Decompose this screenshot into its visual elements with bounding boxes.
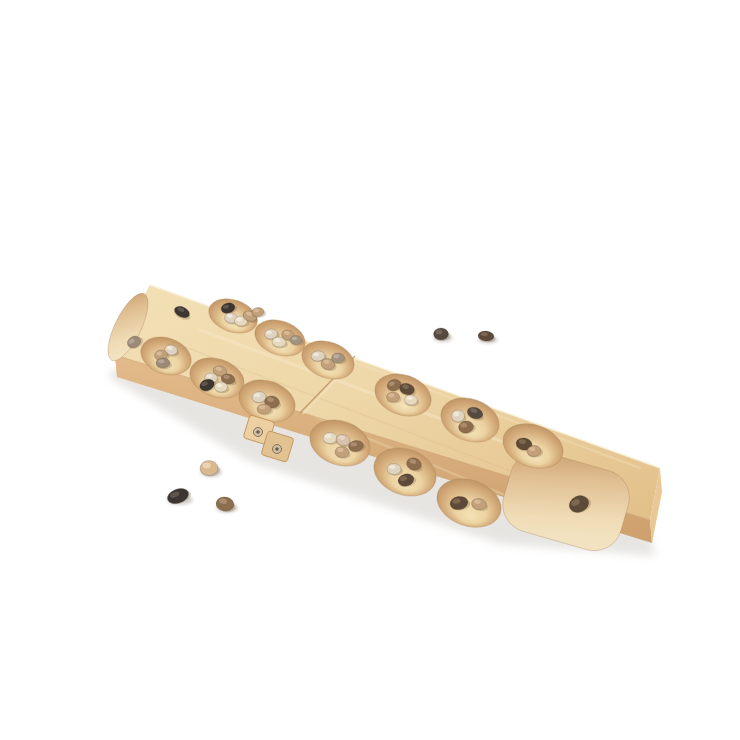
stone-darkgray	[434, 328, 453, 342]
stone-tan2	[200, 461, 222, 478]
hinge-pin-center	[256, 430, 260, 434]
hinge-pin-center	[275, 447, 279, 451]
stone-black	[165, 486, 193, 507]
stone-darkbrown	[478, 330, 498, 343]
stone-brown	[215, 496, 238, 514]
mancala-board-photo	[0, 0, 740, 740]
product-photo-scene	[0, 0, 740, 740]
